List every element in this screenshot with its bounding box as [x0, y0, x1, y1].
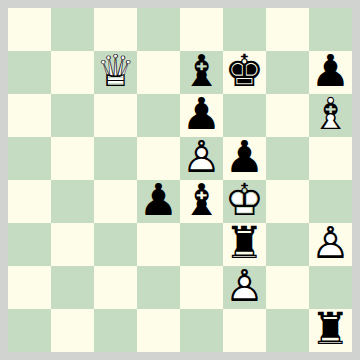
square-g7[interactable]	[266, 51, 309, 94]
square-g5[interactable]	[266, 137, 309, 180]
square-h6[interactable]: ♝♗	[309, 94, 352, 137]
square-b1[interactable]	[51, 309, 94, 352]
black-pawn-glyph: ♟	[309, 49, 352, 92]
square-d2[interactable]	[137, 266, 180, 309]
black-king-glyph: ♚	[223, 49, 266, 92]
square-d6[interactable]	[137, 94, 180, 137]
square-b2[interactable]	[51, 266, 94, 309]
chess-board: ♛♕♝♚♟♟♝♗♟♙♟♟♝♚♔♜♟♙♟♙♜	[8, 8, 352, 352]
white-pawn-outline: ♙	[223, 264, 266, 307]
square-e4[interactable]: ♝	[180, 180, 223, 223]
square-d7[interactable]	[137, 51, 180, 94]
board-frame: ♛♕♝♚♟♟♝♗♟♙♟♟♝♚♔♜♟♙♟♙♜	[0, 0, 360, 360]
square-a3[interactable]	[8, 223, 51, 266]
square-d4[interactable]: ♟	[137, 180, 180, 223]
square-c1[interactable]	[94, 309, 137, 352]
square-d8[interactable]	[137, 8, 180, 51]
square-f2[interactable]: ♟♙	[223, 266, 266, 309]
white-pawn[interactable]: ♟♙	[309, 223, 352, 266]
square-b5[interactable]	[51, 137, 94, 180]
square-f1[interactable]	[223, 309, 266, 352]
square-a2[interactable]	[8, 266, 51, 309]
square-c5[interactable]	[94, 137, 137, 180]
square-h3[interactable]: ♟♙	[309, 223, 352, 266]
square-d3[interactable]	[137, 223, 180, 266]
white-king-outline: ♔	[223, 178, 266, 221]
square-b3[interactable]	[51, 223, 94, 266]
square-c2[interactable]	[94, 266, 137, 309]
square-e1[interactable]	[180, 309, 223, 352]
white-pawn-outline: ♙	[309, 221, 352, 264]
black-pawn-glyph: ♟	[223, 135, 266, 178]
white-pawn-outline: ♙	[180, 135, 223, 178]
white-queen-outline: ♕	[94, 49, 137, 92]
square-g4[interactable]	[266, 180, 309, 223]
black-pawn-glyph: ♟	[137, 178, 180, 221]
square-g2[interactable]	[266, 266, 309, 309]
square-c3[interactable]	[94, 223, 137, 266]
square-g1[interactable]	[266, 309, 309, 352]
square-e2[interactable]	[180, 266, 223, 309]
white-bishop[interactable]: ♝♗	[309, 94, 352, 137]
square-d1[interactable]	[137, 309, 180, 352]
white-queen[interactable]: ♛♕	[94, 51, 137, 94]
square-h1[interactable]: ♜	[309, 309, 352, 352]
square-b7[interactable]	[51, 51, 94, 94]
black-king[interactable]: ♚	[223, 51, 266, 94]
square-f7[interactable]: ♚	[223, 51, 266, 94]
square-c7[interactable]: ♛♕	[94, 51, 137, 94]
square-b4[interactable]	[51, 180, 94, 223]
square-a6[interactable]	[8, 94, 51, 137]
square-h5[interactable]	[309, 137, 352, 180]
square-c6[interactable]	[94, 94, 137, 137]
black-bishop-glyph: ♝	[180, 178, 223, 221]
black-pawn-glyph: ♟	[180, 92, 223, 135]
square-a8[interactable]	[8, 8, 51, 51]
black-rook-glyph: ♜	[309, 307, 352, 350]
square-a4[interactable]	[8, 180, 51, 223]
square-a1[interactable]	[8, 309, 51, 352]
white-bishop-outline: ♗	[309, 92, 352, 135]
white-pawn[interactable]: ♟♙	[223, 266, 266, 309]
square-c4[interactable]	[94, 180, 137, 223]
black-pawn[interactable]: ♟	[137, 180, 180, 223]
square-e3[interactable]	[180, 223, 223, 266]
square-a5[interactable]	[8, 137, 51, 180]
square-b6[interactable]	[51, 94, 94, 137]
black-rook-glyph: ♜	[223, 221, 266, 264]
square-a7[interactable]	[8, 51, 51, 94]
square-g3[interactable]	[266, 223, 309, 266]
black-bishop[interactable]: ♝	[180, 180, 223, 223]
square-b8[interactable]	[51, 8, 94, 51]
square-g6[interactable]	[266, 94, 309, 137]
square-g8[interactable]	[266, 8, 309, 51]
black-bishop-glyph: ♝	[180, 49, 223, 92]
black-rook[interactable]: ♜	[309, 309, 352, 352]
